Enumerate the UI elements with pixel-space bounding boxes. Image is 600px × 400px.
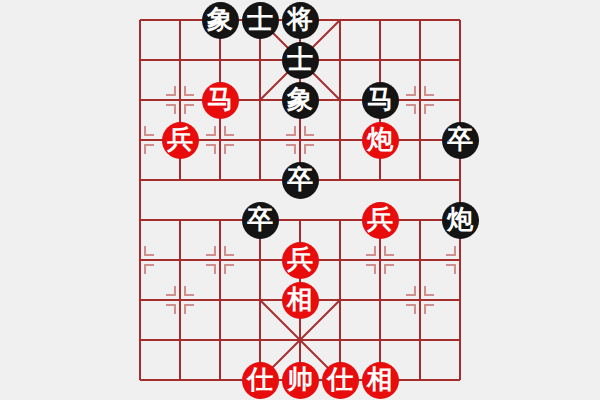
- piece-black-elephant[interactable]: 象: [282, 82, 319, 119]
- piece-red-advisor[interactable]: 仕: [322, 362, 359, 399]
- piece-black-advisor[interactable]: 士: [242, 2, 279, 39]
- piece-black-pawn[interactable]: 卒: [242, 202, 279, 239]
- piece-red-king[interactable]: 帅: [282, 362, 319, 399]
- piece-red-pawn[interactable]: 兵: [282, 242, 319, 279]
- piece-red-advisor[interactable]: 仕: [242, 362, 279, 399]
- piece-grid[interactable]: 象士将士马象马兵炮卒卒卒兵炮兵相仕帅仕相: [120, 0, 480, 400]
- piece-black-cannon[interactable]: 炮: [442, 202, 479, 239]
- piece-black-pawn[interactable]: 卒: [442, 122, 479, 159]
- piece-red-horse[interactable]: 马: [202, 82, 239, 119]
- piece-red-elephant[interactable]: 相: [282, 282, 319, 319]
- piece-black-elephant[interactable]: 象: [202, 2, 239, 39]
- piece-red-pawn[interactable]: 兵: [362, 202, 399, 239]
- piece-red-pawn[interactable]: 兵: [162, 122, 199, 159]
- piece-black-horse[interactable]: 马: [362, 82, 399, 119]
- piece-black-king[interactable]: 将: [282, 2, 319, 39]
- piece-black-pawn[interactable]: 卒: [282, 162, 319, 199]
- piece-black-advisor[interactable]: 士: [282, 42, 319, 79]
- piece-red-elephant[interactable]: 相: [362, 362, 399, 399]
- piece-red-cannon[interactable]: 炮: [362, 122, 399, 159]
- xiangqi-app: 象士将士马象马兵炮卒卒卒兵炮兵相仕帅仕相: [0, 0, 600, 400]
